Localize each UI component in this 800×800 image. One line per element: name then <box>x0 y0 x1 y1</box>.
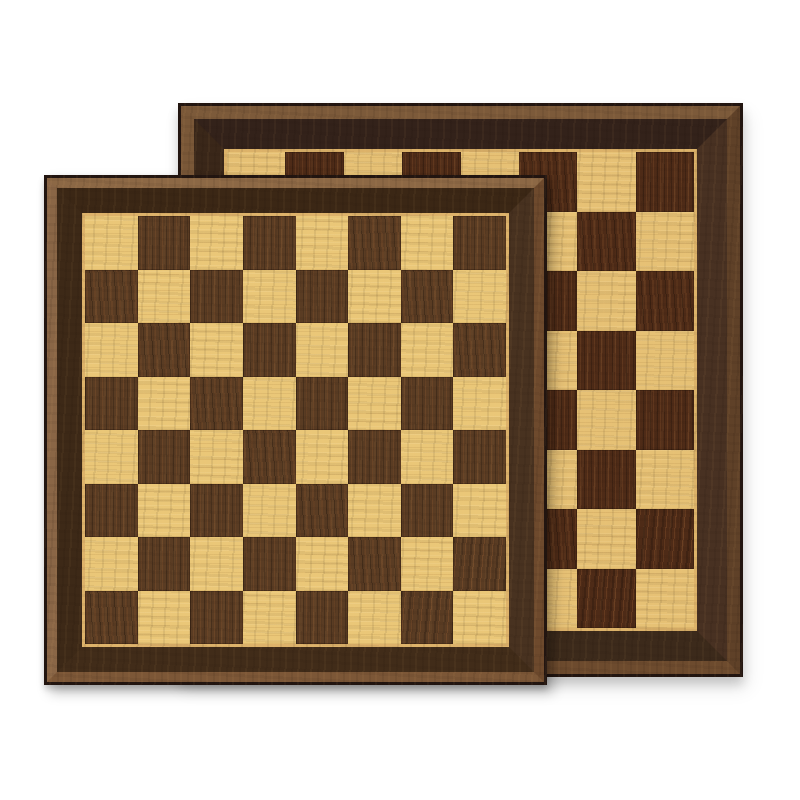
board-square <box>296 270 349 324</box>
board-square <box>348 270 401 324</box>
board-square <box>348 484 401 538</box>
board-square <box>85 270 138 324</box>
board-square <box>190 270 243 324</box>
board-square <box>85 323 138 377</box>
board-square <box>453 270 506 324</box>
board-square <box>453 430 506 484</box>
front-chessboard <box>44 175 547 685</box>
board-square <box>453 591 506 645</box>
board-square <box>190 377 243 431</box>
board-square <box>296 430 349 484</box>
board-square <box>243 591 296 645</box>
board-square <box>138 216 191 270</box>
board-square <box>243 270 296 324</box>
board-square <box>348 216 401 270</box>
board-square <box>296 537 349 591</box>
board-square <box>138 270 191 324</box>
board-square <box>453 323 506 377</box>
board-square <box>577 271 635 331</box>
board-square <box>636 152 694 212</box>
board-square <box>138 377 191 431</box>
board-square <box>190 430 243 484</box>
board-square <box>636 212 694 272</box>
board-square <box>85 216 138 270</box>
board-square <box>577 152 635 212</box>
board-square <box>296 591 349 645</box>
board-square <box>138 323 191 377</box>
board-square <box>348 537 401 591</box>
board-square <box>348 591 401 645</box>
board-square <box>296 377 349 431</box>
board-square <box>577 569 635 629</box>
board-square <box>138 591 191 645</box>
board-square <box>348 430 401 484</box>
board-square <box>348 323 401 377</box>
board-square <box>401 430 454 484</box>
board-square <box>636 331 694 391</box>
board-square <box>636 450 694 510</box>
board-square <box>85 377 138 431</box>
front-chessboard-inlay-line <box>82 213 509 647</box>
board-square <box>138 537 191 591</box>
board-square <box>577 212 635 272</box>
board-square <box>85 537 138 591</box>
board-square <box>138 430 191 484</box>
board-square <box>401 591 454 645</box>
board-square <box>243 323 296 377</box>
board-square <box>190 591 243 645</box>
board-square <box>636 271 694 331</box>
board-square <box>577 390 635 450</box>
board-square <box>85 430 138 484</box>
board-square <box>453 537 506 591</box>
board-square <box>243 430 296 484</box>
board-square <box>243 216 296 270</box>
board-square <box>296 323 349 377</box>
board-square <box>243 484 296 538</box>
board-square <box>243 377 296 431</box>
board-square <box>636 509 694 569</box>
board-square <box>453 216 506 270</box>
board-square <box>401 270 454 324</box>
board-square <box>401 216 454 270</box>
board-square <box>190 537 243 591</box>
board-square <box>190 323 243 377</box>
board-square <box>296 216 349 270</box>
board-square <box>577 331 635 391</box>
board-square <box>296 484 349 538</box>
board-square <box>636 390 694 450</box>
board-square <box>577 509 635 569</box>
board-square <box>401 377 454 431</box>
product-photo-canvas <box>0 0 800 800</box>
board-square <box>453 377 506 431</box>
board-square <box>138 484 191 538</box>
board-square <box>85 591 138 645</box>
board-square <box>401 484 454 538</box>
board-square <box>636 569 694 629</box>
front-chessboard-frame <box>57 188 534 672</box>
board-square <box>401 323 454 377</box>
board-square <box>190 484 243 538</box>
board-square <box>243 537 296 591</box>
board-square <box>348 377 401 431</box>
board-square <box>85 484 138 538</box>
front-chessboard-bevel-edge <box>47 178 544 682</box>
board-square <box>190 216 243 270</box>
front-chessboard-grid <box>85 216 506 644</box>
board-square <box>401 537 454 591</box>
board-square <box>453 484 506 538</box>
board-square <box>577 450 635 510</box>
